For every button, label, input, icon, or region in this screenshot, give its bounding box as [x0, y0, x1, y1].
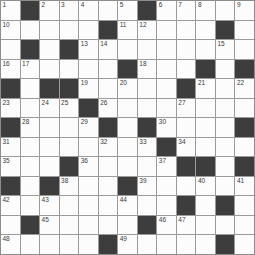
- cell-r9c8[interactable]: [157, 177, 176, 196]
- cell-r9c1[interactable]: [21, 177, 40, 196]
- block-cell-r1c11: [216, 21, 235, 40]
- block-cell-r0c7: [138, 1, 157, 20]
- cell-r8c6[interactable]: [118, 157, 137, 176]
- cell-r4c4[interactable]: 19: [79, 79, 98, 98]
- cell-r7c6[interactable]: [118, 138, 137, 157]
- cell-r5c7[interactable]: [138, 99, 157, 118]
- block-cell-r8c12: [235, 157, 254, 176]
- cell-r12c0[interactable]: 48: [1, 235, 20, 254]
- clue-number-40: 40: [198, 177, 205, 184]
- clue-number-2: 2: [42, 1, 46, 8]
- block-cell-r2c3: [60, 40, 79, 59]
- clue-number-43: 43: [42, 196, 49, 203]
- cell-r10c1[interactable]: [21, 196, 40, 215]
- cell-r11c11[interactable]: [216, 216, 235, 235]
- cell-r10c6[interactable]: 44: [118, 196, 137, 215]
- clue-number-14: 14: [100, 40, 107, 47]
- cell-r0c10[interactable]: 8: [196, 1, 215, 20]
- block-cell-r10c11: [216, 196, 235, 215]
- cell-r8c4[interactable]: 36: [79, 157, 98, 176]
- cell-r11c3[interactable]: [60, 216, 79, 235]
- cell-r6c3[interactable]: [60, 118, 79, 137]
- clue-number-11: 11: [120, 21, 127, 28]
- cell-r2c0[interactable]: [1, 40, 20, 59]
- cell-r10c10[interactable]: [196, 196, 215, 215]
- block-cell-r8c10: [196, 157, 215, 176]
- cell-r0c0[interactable]: 1: [1, 1, 20, 20]
- cell-r0c5[interactable]: [99, 1, 118, 20]
- clue-number-34: 34: [178, 138, 185, 145]
- clue-number-13: 13: [81, 40, 88, 47]
- cell-r11c10[interactable]: [196, 216, 215, 235]
- cell-r1c3[interactable]: [60, 21, 79, 40]
- cell-r2c6[interactable]: [118, 40, 137, 59]
- clue-number-18: 18: [139, 60, 146, 67]
- cell-r7c12[interactable]: [235, 138, 254, 157]
- cell-r7c2[interactable]: [40, 138, 59, 157]
- cell-r3c9[interactable]: [177, 60, 196, 79]
- block-cell-r4c2: [40, 79, 59, 98]
- clue-number-38: 38: [61, 177, 68, 184]
- cell-r9c10[interactable]: 40: [196, 177, 215, 196]
- cell-r1c8[interactable]: [157, 21, 176, 40]
- cell-r6c11[interactable]: [216, 118, 235, 137]
- cell-r10c2[interactable]: 43: [40, 196, 59, 215]
- block-cell-r12c5: [99, 235, 118, 254]
- clue-number-41: 41: [237, 177, 244, 184]
- cell-r7c11[interactable]: [216, 138, 235, 157]
- cell-r5c0[interactable]: 23: [1, 99, 20, 118]
- block-cell-r4c3: [60, 79, 79, 98]
- cell-r10c7[interactable]: [138, 196, 157, 215]
- cell-r11c5[interactable]: [99, 216, 118, 235]
- cell-r0c9[interactable]: 7: [177, 1, 196, 20]
- cell-r1c10[interactable]: [196, 21, 215, 40]
- cell-r3c7[interactable]: 18: [138, 60, 157, 79]
- clue-number-30: 30: [159, 118, 166, 125]
- cell-r5c12[interactable]: [235, 99, 254, 118]
- cell-r7c7[interactable]: 33: [138, 138, 157, 157]
- cell-r12c10[interactable]: [196, 235, 215, 254]
- cell-r6c9[interactable]: [177, 118, 196, 137]
- cell-r1c2[interactable]: [40, 21, 59, 40]
- cell-r4c1[interactable]: [21, 79, 40, 98]
- cell-r9c4[interactable]: [79, 177, 98, 196]
- clue-number-10: 10: [3, 21, 10, 28]
- cell-r11c0[interactable]: [1, 216, 20, 235]
- cell-r9c12[interactable]: 41: [235, 177, 254, 196]
- cell-r0c8[interactable]: 6: [157, 1, 176, 20]
- cell-r10c4[interactable]: [79, 196, 98, 215]
- cell-r5c10[interactable]: [196, 99, 215, 118]
- cell-r5c6[interactable]: [118, 99, 137, 118]
- clue-number-25: 25: [61, 99, 68, 106]
- cell-r11c2[interactable]: 45: [40, 216, 59, 235]
- clue-number-36: 36: [81, 157, 88, 164]
- cell-r1c4[interactable]: [79, 21, 98, 40]
- cell-r11c4[interactable]: [79, 216, 98, 235]
- cell-r11c8[interactable]: 46: [157, 216, 176, 235]
- clue-number-39: 39: [139, 177, 146, 184]
- clue-number-33: 33: [139, 138, 146, 145]
- cell-r4c5[interactable]: [99, 79, 118, 98]
- cell-r12c8[interactable]: [157, 235, 176, 254]
- clue-number-24: 24: [42, 99, 49, 106]
- cell-r3c5[interactable]: [99, 60, 118, 79]
- block-cell-r4c9: [177, 79, 196, 98]
- cell-r10c0[interactable]: 42: [1, 196, 20, 215]
- clue-number-44: 44: [120, 196, 127, 203]
- cell-r12c9[interactable]: [177, 235, 196, 254]
- clue-number-21: 21: [198, 79, 205, 86]
- cell-r12c12[interactable]: [235, 235, 254, 254]
- cell-r3c8[interactable]: [157, 60, 176, 79]
- clue-number-16: 16: [3, 60, 10, 67]
- clue-number-48: 48: [3, 235, 10, 242]
- cell-r3c0[interactable]: 16: [1, 60, 20, 79]
- cell-r0c12[interactable]: 9: [235, 1, 254, 20]
- cell-r5c1[interactable]: [21, 99, 40, 118]
- cell-r10c5[interactable]: [99, 196, 118, 215]
- cell-r7c0[interactable]: 31: [1, 138, 20, 157]
- block-cell-r4c0: [1, 79, 20, 98]
- clue-number-26: 26: [100, 99, 107, 106]
- clue-number-32: 32: [100, 138, 107, 145]
- cell-r1c12[interactable]: [235, 21, 254, 40]
- block-cell-r2c1: [21, 40, 40, 59]
- cell-r7c10[interactable]: [196, 138, 215, 157]
- cell-r12c6[interactable]: 49: [118, 235, 137, 254]
- block-cell-r12c11: [216, 235, 235, 254]
- cell-r7c1[interactable]: [21, 138, 40, 157]
- block-cell-r5c4: [79, 99, 98, 118]
- clue-number-12: 12: [139, 21, 146, 28]
- clue-number-22: 22: [237, 79, 244, 86]
- block-cell-r9c2: [40, 177, 59, 196]
- clue-number-15: 15: [217, 40, 224, 47]
- block-cell-r10c9: [177, 196, 196, 215]
- clue-number-27: 27: [178, 99, 185, 106]
- cell-r4c8[interactable]: [157, 79, 176, 98]
- cell-r9c9[interactable]: [177, 177, 196, 196]
- clue-number-49: 49: [120, 235, 127, 242]
- cell-r12c2[interactable]: [40, 235, 59, 254]
- clue-number-42: 42: [3, 196, 10, 203]
- block-cell-r3c12: [235, 60, 254, 79]
- cell-r7c5[interactable]: 32: [99, 138, 118, 157]
- cell-r2c4[interactable]: 13: [79, 40, 98, 59]
- cell-r5c3[interactable]: 25: [60, 99, 79, 118]
- block-cell-r9c0: [1, 177, 20, 196]
- cell-r1c7[interactable]: 12: [138, 21, 157, 40]
- cell-r6c4[interactable]: 29: [79, 118, 98, 137]
- cell-r3c1[interactable]: 17: [21, 60, 40, 79]
- block-cell-r11c1: [21, 216, 40, 235]
- cell-r8c7[interactable]: [138, 157, 157, 176]
- block-cell-r9c6: [118, 177, 137, 196]
- cell-r10c12[interactable]: [235, 196, 254, 215]
- cell-r0c3[interactable]: 3: [60, 1, 79, 20]
- block-cell-r8c3: [60, 157, 79, 176]
- block-cell-r6c5: [99, 118, 118, 137]
- cell-r1c0[interactable]: 10: [1, 21, 20, 40]
- cell-r0c2[interactable]: 2: [40, 1, 59, 20]
- cell-r0c6[interactable]: 5: [118, 1, 137, 20]
- clue-number-17: 17: [22, 60, 29, 67]
- clue-number-31: 31: [3, 138, 10, 145]
- cell-r6c8[interactable]: 30: [157, 118, 176, 137]
- clue-number-29: 29: [81, 118, 88, 125]
- clue-number-37: 37: [159, 157, 166, 164]
- clue-number-8: 8: [198, 1, 202, 8]
- clue-number-35: 35: [3, 157, 10, 164]
- cell-r3c3[interactable]: [60, 60, 79, 79]
- clue-number-4: 4: [81, 1, 85, 8]
- cell-r10c3[interactable]: [60, 196, 79, 215]
- cell-r12c1[interactable]: [21, 235, 40, 254]
- cell-r1c6[interactable]: 11: [118, 21, 137, 40]
- block-cell-r1c5: [99, 21, 118, 40]
- cell-r9c5[interactable]: [99, 177, 118, 196]
- cell-r12c4[interactable]: [79, 235, 98, 254]
- cell-r6c1[interactable]: 28: [21, 118, 40, 137]
- cell-r11c12[interactable]: [235, 216, 254, 235]
- cell-r2c10[interactable]: [196, 40, 215, 59]
- block-cell-r8c9: [177, 157, 196, 176]
- clue-number-1: 1: [3, 1, 7, 8]
- block-cell-r11c7: [138, 216, 157, 235]
- block-cell-r6c7: [138, 118, 157, 137]
- cell-r11c6[interactable]: [118, 216, 137, 235]
- clue-number-5: 5: [120, 1, 124, 8]
- cell-r0c4[interactable]: 4: [79, 1, 98, 20]
- cell-r2c2[interactable]: [40, 40, 59, 59]
- cell-r5c9[interactable]: 27: [177, 99, 196, 118]
- cell-r3c2[interactable]: [40, 60, 59, 79]
- cell-r8c5[interactable]: [99, 157, 118, 176]
- cell-r10c8[interactable]: [157, 196, 176, 215]
- cell-r5c2[interactable]: 24: [40, 99, 59, 118]
- cell-r8c8[interactable]: 37: [157, 157, 176, 176]
- clue-number-7: 7: [178, 1, 182, 8]
- cell-r9c11[interactable]: [216, 177, 235, 196]
- cell-r2c5[interactable]: 14: [99, 40, 118, 59]
- cell-r5c8[interactable]: [157, 99, 176, 118]
- cell-r3c4[interactable]: [79, 60, 98, 79]
- clue-number-6: 6: [159, 1, 163, 8]
- cell-r12c3[interactable]: [60, 235, 79, 254]
- crossword-board: 1234567891011121314151617181920212223242…: [0, 0, 255, 255]
- cell-r1c9[interactable]: [177, 21, 196, 40]
- cell-r6c10[interactable]: [196, 118, 215, 137]
- block-cell-r6c12: [235, 118, 254, 137]
- cell-r8c11[interactable]: [216, 157, 235, 176]
- cell-r5c5[interactable]: 26: [99, 99, 118, 118]
- block-cell-r0c1: [21, 1, 40, 20]
- cell-r7c9[interactable]: 34: [177, 138, 196, 157]
- cell-r12c7[interactable]: [138, 235, 157, 254]
- cell-r2c9[interactable]: [177, 40, 196, 59]
- cell-r4c10[interactable]: 21: [196, 79, 215, 98]
- cell-r8c0[interactable]: 35: [1, 157, 20, 176]
- cell-r2c8[interactable]: [157, 40, 176, 59]
- cell-r4c12[interactable]: 22: [235, 79, 254, 98]
- block-cell-r7c8: [157, 138, 176, 157]
- cell-r3c11[interactable]: [216, 60, 235, 79]
- clue-number-23: 23: [3, 99, 10, 106]
- clue-number-45: 45: [42, 216, 49, 223]
- clue-number-20: 20: [120, 79, 127, 86]
- cell-r11c9[interactable]: 47: [177, 216, 196, 235]
- clue-number-3: 3: [61, 1, 65, 8]
- cell-r2c11[interactable]: 15: [216, 40, 235, 59]
- cell-r2c12[interactable]: [235, 40, 254, 59]
- clue-number-19: 19: [81, 79, 88, 86]
- cell-r1c1[interactable]: [21, 21, 40, 40]
- clue-number-28: 28: [22, 118, 29, 125]
- cell-r4c6[interactable]: 20: [118, 79, 137, 98]
- cell-r5c11[interactable]: [216, 99, 235, 118]
- block-cell-r3c6: [118, 60, 137, 79]
- cell-r4c11[interactable]: [216, 79, 235, 98]
- cell-r2c7[interactable]: [138, 40, 157, 59]
- cell-r9c7[interactable]: 39: [138, 177, 157, 196]
- cell-r9c3[interactable]: 38: [60, 177, 79, 196]
- block-cell-r6c0: [1, 118, 20, 137]
- cell-r8c1[interactable]: [21, 157, 40, 176]
- cell-r8c2[interactable]: [40, 157, 59, 176]
- cell-r6c6[interactable]: [118, 118, 137, 137]
- clue-number-47: 47: [178, 216, 185, 223]
- block-cell-r3c10: [196, 60, 215, 79]
- cell-r7c3[interactable]: [60, 138, 79, 157]
- clue-number-9: 9: [237, 1, 241, 8]
- clue-number-46: 46: [159, 216, 166, 223]
- cell-r7c4[interactable]: [79, 138, 98, 157]
- cell-r0c11[interactable]: [216, 1, 235, 20]
- cell-r6c2[interactable]: [40, 118, 59, 137]
- cell-r4c7[interactable]: [138, 79, 157, 98]
